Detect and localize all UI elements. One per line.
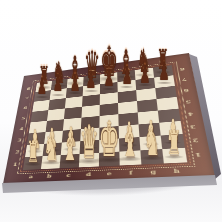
piece-white-king-e1[interactable]: ♚ [99,121,120,159]
rank-label-right-2: 2 [192,137,199,142]
rank-label-right-5: 5 [185,99,191,104]
piece-black-pawn-d7[interactable]: ♟ [86,71,96,90]
rank-label-right-8: 8 [179,67,184,71]
rank-label-left-4: 4 [19,126,24,130]
rank-label-left-5: 5 [21,116,25,120]
piece-black-pawn-c7[interactable]: ♟ [69,74,79,92]
piece-black-pawn-f7[interactable]: ♟ [121,67,132,86]
file-label-bottom-c: c [66,172,71,177]
piece-white-rook-h1[interactable]: ♜ [167,130,181,156]
piece-black-pawn-h7[interactable]: ♟ [159,62,170,82]
piece-black-pawn-g7[interactable]: ♟ [140,64,151,84]
file-label-bottom-f: f [129,170,133,175]
rank-label-left-3: 3 [17,138,22,142]
file-label-bottom-d: d [86,171,91,176]
rank-label-right-1: 1 [195,152,202,157]
rank-label-right-4: 4 [187,111,193,116]
file-label-bottom-h: h [173,168,180,174]
file-label-bottom-e: e [107,170,112,175]
rank-label-left-8: 8 [27,87,31,91]
rank-label-left-7: 7 [25,96,29,100]
rank-label-left-2: 2 [15,149,20,153]
file-label-bottom-a: a [28,174,33,179]
rank-label-left-6: 6 [23,106,27,110]
piece-white-rook-a1[interactable]: ♜ [27,140,40,163]
file-label-bottom-b: b [47,173,52,178]
piece-black-pawn-a7[interactable]: ♟ [37,78,47,96]
piece-white-knight-g1[interactable]: ♞ [144,127,161,157]
rank-label-right-6: 6 [183,88,189,92]
rank-label-right-7: 7 [181,77,187,81]
piece-white-queen-d1[interactable]: ♛ [79,125,98,160]
piece-white-bishop-c1[interactable]: ♝ [61,131,77,161]
rank-label-right-3: 3 [190,124,196,129]
piece-white-knight-b1[interactable]: ♞ [43,135,58,162]
piece-black-pawn-b7[interactable]: ♟ [53,76,63,94]
chess-set-photo: abcdefghabcdefgh8765432187654321 ♜♞♝♛♚♝♞… [0,0,222,222]
piece-white-bishop-f1[interactable]: ♝ [121,126,138,158]
file-label-bottom-g: g [150,169,156,174]
piece-black-pawn-e7[interactable]: ♟ [103,69,113,88]
rank-label-left-1: 1 [13,162,18,167]
